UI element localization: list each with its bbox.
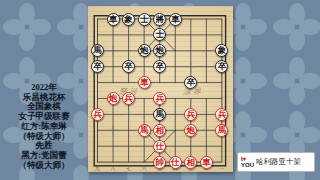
piece-black-f1r0[interactable]: 車 bbox=[107, 13, 120, 26]
i-love-you-logo: I♥ YOU bbox=[241, 156, 254, 168]
channel-watermark: I♥ YOU 哈利路亚十架 bbox=[237, 152, 315, 172]
caption-line-black-title: （特级大师） bbox=[0, 161, 88, 171]
piece-red-f4r8[interactable]: 仕 bbox=[153, 140, 166, 153]
piece-red-f0r6[interactable]: 兵 bbox=[91, 108, 104, 121]
piece-black-f4r0[interactable]: 將 bbox=[153, 13, 166, 26]
piece-red-f7r9[interactable]: 車 bbox=[200, 156, 213, 169]
piece-red-f6r9[interactable]: 相 bbox=[184, 156, 197, 169]
piece-black-f0r2[interactable]: 馬 bbox=[91, 44, 104, 57]
piece-red-f4r7[interactable]: 相 bbox=[153, 124, 166, 137]
piece-black-f5r0[interactable]: 車 bbox=[169, 13, 182, 26]
xiangqi-board: 楚 河 漢 界 九八七六五四三二一 車象士將車士馬炮炮象卒卒卒卒卒馬車炮兵兵兵兵… bbox=[88, 6, 233, 172]
piece-red-f5r9[interactable]: 仕 bbox=[169, 156, 182, 169]
piece-black-f8r3[interactable]: 卒 bbox=[215, 60, 228, 73]
piece-red-f1r5[interactable]: 炮 bbox=[107, 92, 120, 105]
piece-black-f4r1[interactable]: 士 bbox=[153, 28, 166, 41]
piece-black-f8r2[interactable]: 象 bbox=[215, 44, 228, 57]
piece-black-f4r2[interactable]: 炮 bbox=[153, 44, 166, 57]
piece-red-f4r9[interactable]: 帥 bbox=[153, 156, 166, 169]
piece-red-f6r6[interactable]: 兵 bbox=[184, 108, 197, 121]
piece-red-f3r7[interactable]: 馬 bbox=[138, 124, 151, 137]
logo-you: YOU bbox=[241, 162, 254, 168]
piece-red-f8r7[interactable]: 馬 bbox=[215, 124, 228, 137]
piece-red-f8r6[interactable]: 兵 bbox=[215, 108, 228, 121]
piece-red-f6r7[interactable]: 炮 bbox=[184, 124, 197, 137]
piece-black-f2r0[interactable]: 象 bbox=[122, 13, 135, 26]
piece-black-f2r3[interactable]: 卒 bbox=[122, 60, 135, 73]
tournament-caption: 2022年 乐昌桃花杯 全国象棋 女子甲级联赛 红方:陈幸琳 （特级大师） 先胜… bbox=[0, 83, 88, 170]
piece-red-f4r5[interactable]: 兵 bbox=[153, 92, 166, 105]
pieces-layer: 車象士將車士馬炮炮象卒卒卒卒卒馬車炮兵兵兵兵兵馬相炮馬仕帥仕相車 bbox=[88, 6, 233, 172]
piece-black-f3r0[interactable]: 士 bbox=[138, 13, 151, 26]
piece-black-f4r6[interactable]: 馬 bbox=[153, 108, 166, 121]
piece-black-f3r2[interactable]: 炮 bbox=[138, 44, 151, 57]
piece-black-f6r4[interactable]: 卒 bbox=[184, 76, 197, 89]
piece-black-f4r3[interactable]: 卒 bbox=[153, 60, 166, 73]
piece-black-f0r3[interactable]: 卒 bbox=[91, 60, 104, 73]
piece-red-f3r4[interactable]: 車 bbox=[138, 76, 151, 89]
piece-red-f2r5[interactable]: 兵 bbox=[122, 92, 135, 105]
channel-name: 哈利路亚十架 bbox=[256, 157, 301, 167]
